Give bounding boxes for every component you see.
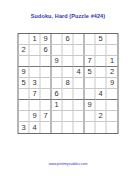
cell-r8c4: [52, 111, 63, 122]
cell-r1c2: 1: [30, 34, 41, 45]
cell-r2c3: 6: [41, 45, 52, 56]
cell-r4c3: [41, 67, 52, 78]
cell-r9c3: [41, 122, 52, 133]
cell-r6c7: [85, 89, 96, 100]
cell-r5c1: 5: [19, 78, 30, 89]
cell-r3c2: [30, 56, 41, 67]
cell-r3c7: 7: [85, 56, 96, 67]
cell-r1c3: 9: [41, 34, 52, 45]
cell-r5c8: [96, 78, 107, 89]
cell-r7c2: [30, 100, 41, 111]
cell-r3c4: 9: [52, 56, 63, 67]
cell-r5c9: 9: [107, 78, 118, 89]
cell-r2c6: [74, 45, 85, 56]
cell-r1c6: [74, 34, 85, 45]
cell-r9c9: [107, 122, 118, 133]
cell-r8c1: [19, 111, 30, 122]
cell-r4c7: 5: [85, 67, 96, 78]
cell-r8c7: [85, 111, 96, 122]
cell-r6c8: 4: [96, 89, 107, 100]
cell-r4c4: [52, 67, 63, 78]
cell-r7c3: [41, 100, 52, 111]
cell-r2c1: 2: [19, 45, 30, 56]
cell-r5c3: [41, 78, 52, 89]
footer-url: www.printmysudoku.com: [0, 162, 136, 166]
cell-r6c6: [74, 89, 85, 100]
cell-r5c6: [74, 78, 85, 89]
sudoku-board: 196526971945253897641997234: [18, 33, 119, 134]
cell-r6c4: 6: [52, 89, 63, 100]
cell-r4c1: 9: [19, 67, 30, 78]
cell-r7c4: 1: [52, 100, 63, 111]
cell-r4c8: [96, 67, 107, 78]
cell-r1c9: [107, 34, 118, 45]
cell-r2c9: [107, 45, 118, 56]
cell-r9c5: [63, 122, 74, 133]
cell-r7c9: [107, 100, 118, 111]
cell-r8c5: [63, 111, 74, 122]
cell-r2c5: [63, 45, 74, 56]
cell-r3c5: [63, 56, 74, 67]
cell-r6c9: [107, 89, 118, 100]
cell-r3c3: [41, 56, 52, 67]
cell-r6c3: [41, 89, 52, 100]
cell-r3c8: [96, 56, 107, 67]
cell-r2c8: [96, 45, 107, 56]
cell-r6c5: [63, 89, 74, 100]
cell-r6c2: 7: [30, 89, 41, 100]
cell-r4c6: 4: [74, 67, 85, 78]
cell-r3c6: [74, 56, 85, 67]
cell-r9c2: 4: [30, 122, 41, 133]
cell-r8c2: 9: [30, 111, 41, 122]
cell-r5c5: 8: [63, 78, 74, 89]
cell-r9c8: [96, 122, 107, 133]
cell-r1c8: 5: [96, 34, 107, 45]
cell-r4c2: [30, 67, 41, 78]
cell-r7c5: [63, 100, 74, 111]
cell-r7c6: [74, 100, 85, 111]
cell-r9c7: [85, 122, 96, 133]
cell-r5c7: [85, 78, 96, 89]
cell-r2c4: [52, 45, 63, 56]
cell-r1c5: 6: [63, 34, 74, 45]
cell-r2c2: [30, 45, 41, 56]
cell-r7c7: 9: [85, 100, 96, 111]
cell-r1c1: [19, 34, 30, 45]
cell-r9c1: 3: [19, 122, 30, 133]
cell-r9c6: [74, 122, 85, 133]
cell-r8c8: 2: [96, 111, 107, 122]
cell-r4c9: 2: [107, 67, 118, 78]
cell-r1c7: [85, 34, 96, 45]
cell-r8c6: [74, 111, 85, 122]
cell-r4c5: [63, 67, 74, 78]
cell-r8c3: 7: [41, 111, 52, 122]
cell-r9c4: [52, 122, 63, 133]
cell-r3c1: [19, 56, 30, 67]
cell-r3c9: 1: [107, 56, 118, 67]
cell-r5c2: 3: [30, 78, 41, 89]
cell-r6c1: [19, 89, 30, 100]
cell-r1c4: [52, 34, 63, 45]
cell-r7c1: [19, 100, 30, 111]
cell-r7c8: [96, 100, 107, 111]
cell-r2c7: [85, 45, 96, 56]
page-title: Sudoku, Hard (Puzzle #424): [0, 13, 136, 19]
cell-r8c9: [107, 111, 118, 122]
cell-r5c4: [52, 78, 63, 89]
